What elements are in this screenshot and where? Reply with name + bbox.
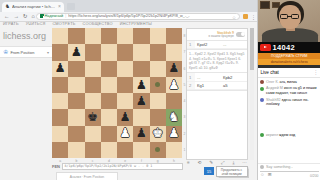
- chat-message: кирилл ждем ход: [260, 133, 319, 138]
- chat-text: ага, вилка: [279, 80, 297, 84]
- lichess-logo[interactable]: lichess.org: [3, 31, 46, 41]
- move-dest-dot[interactable]: [155, 82, 160, 87]
- alt-move-rows: 1...Крb22Кg1a5: [187, 73, 247, 91]
- square-g8[interactable]: [150, 28, 166, 44]
- expand-icon[interactable]: ⤢: [221, 161, 225, 166]
- square-e1[interactable]: [117, 142, 133, 158]
- board[interactable]: ♟♟♟♟♟♟♚♟♞♟♟♚♟: [52, 28, 182, 158]
- fen-input[interactable]: 8/1p6/p6p/5p1P/5p2/2k1p2N/4PpKP/8 w - - …: [62, 163, 183, 170]
- square-f8[interactable]: [133, 28, 149, 44]
- black-pawn[interactable]: ♟: [117, 109, 133, 125]
- chat-input[interactable]: Say something...: [260, 165, 319, 172]
- engine-row: Stockfish 9 в вашем браузере: [187, 29, 247, 41]
- avatar: [260, 87, 264, 91]
- chat-message-body: Олег К. ага, вилка: [266, 80, 297, 85]
- square-b7[interactable]: ♟: [68, 44, 84, 60]
- square-c7[interactable]: [85, 44, 101, 60]
- square-c2[interactable]: [85, 126, 101, 142]
- square-d5[interactable]: [101, 77, 117, 93]
- webcam-video: [258, 0, 320, 42]
- setup-label: From Position: [10, 50, 45, 55]
- bookmark-star-icon[interactable]: ☆: [232, 15, 236, 20]
- square-c3[interactable]: ♚: [85, 109, 101, 125]
- square-h8[interactable]: [166, 28, 182, 44]
- page-note: Анализ · From Position: [56, 172, 118, 180]
- square-f4[interactable]: ♟: [133, 93, 149, 109]
- tab-title: Анализ партии • lichess.org: [12, 4, 56, 9]
- white-knight[interactable]: ♞: [166, 109, 182, 125]
- black-pawn[interactable]: ♟: [133, 93, 149, 109]
- tab-close-icon[interactable]: ×: [58, 4, 61, 9]
- extension-icon[interactable]: [243, 14, 248, 19]
- download-icon[interactable]: ⤓: [232, 161, 234, 166]
- scrollbar-thumb[interactable]: [250, 28, 254, 70]
- black-king[interactable]: ♚: [85, 109, 101, 125]
- square-c6[interactable]: [85, 61, 101, 77]
- square-a8[interactable]: [52, 28, 68, 44]
- square-h2[interactable]: ♟: [166, 126, 182, 142]
- black-pawn[interactable]: ♟: [68, 44, 84, 60]
- chat-message-body: Андрей М коня на g5 и пешки сами падают,…: [266, 86, 319, 95]
- chat-title: Live chat: [261, 70, 279, 75]
- nav-item[interactable]: ИГРАТЬ: [3, 21, 19, 26]
- reload-icon[interactable]: ↻: [23, 14, 28, 20]
- square-a5[interactable]: [52, 77, 68, 93]
- square-g7[interactable]: [150, 44, 166, 60]
- home-icon[interactable]: ⌂: [32, 14, 35, 20]
- chat-placeholder: Say something...: [266, 165, 293, 169]
- square-b3[interactable]: [68, 109, 84, 125]
- square-f7[interactable]: [133, 44, 149, 60]
- lock-icon: [40, 15, 43, 17]
- square-c1[interactable]: [85, 142, 101, 158]
- chat-menu-icon[interactable]: ⋮: [313, 70, 318, 75]
- move[interactable]: ...: [195, 73, 221, 81]
- avatar: [260, 165, 264, 169]
- crown-icon: ♔: [3, 49, 8, 55]
- board-editor-icon[interactable]: ✎: [209, 161, 213, 166]
- square-d4[interactable]: [101, 93, 117, 109]
- square-e3[interactable]: ♟: [117, 109, 133, 125]
- square-e8[interactable]: [117, 28, 133, 44]
- engine-info: Stockfish 9 в вашем браузере: [209, 31, 235, 39]
- square-h7[interactable]: [166, 44, 182, 60]
- chat-username[interactable]: Shakh92: [266, 98, 281, 102]
- setup-selector[interactable]: ♔ From Position ▾: [0, 46, 52, 58]
- square-c4[interactable]: [85, 93, 101, 109]
- chat-message-body: кирилл ждем ход: [266, 133, 295, 138]
- page-scrollbar[interactable]: [250, 28, 254, 160]
- square-f2[interactable]: ♟: [133, 126, 149, 142]
- square-f5[interactable]: ♟: [133, 77, 149, 93]
- avatar: [260, 80, 264, 84]
- analysis-panel: Stockfish 9 в вашем браузере 1Крxf2... 1…: [186, 28, 248, 160]
- nav-item[interactable]: ИНСТРУМЕНТЫ: [120, 21, 152, 26]
- avatar: [260, 98, 264, 102]
- nav-item[interactable]: УЧИТЬСЯ: [26, 21, 46, 26]
- viewer-count: 14042: [273, 43, 295, 52]
- square-e4[interactable]: [117, 93, 133, 109]
- white-pawn[interactable]: ♟: [166, 77, 182, 93]
- square-a4[interactable]: [52, 93, 68, 109]
- emoji-icon[interactable]: ☺: [260, 173, 265, 178]
- chat-username[interactable]: кирилл: [266, 133, 278, 137]
- square-e2[interactable]: ♟: [117, 126, 133, 142]
- move-rows: 1Крxf2...: [187, 41, 247, 50]
- browser-menu-icon[interactable]: ⋮: [251, 14, 256, 20]
- chat-input-area: Say something... ☺ ⊞ 0/200: [258, 163, 320, 180]
- square-c8[interactable]: [85, 28, 101, 44]
- square-d1[interactable]: [101, 142, 117, 158]
- square-d3[interactable]: [101, 109, 117, 125]
- move[interactable]: ...: [221, 41, 247, 49]
- square-a1[interactable]: [52, 142, 68, 158]
- square-h5[interactable]: ♟: [166, 77, 182, 93]
- glasses-bridge: [288, 16, 292, 17]
- superchat-icon[interactable]: ⊞: [268, 173, 272, 178]
- viewer-counter-bar: 14042: [258, 42, 320, 53]
- square-g2[interactable]: ♚: [150, 126, 166, 142]
- glasses-icon: [291, 14, 299, 19]
- square-h3[interactable]: ♞: [166, 109, 182, 125]
- square-a6[interactable]: ♟: [52, 61, 68, 77]
- square-b8[interactable]: [68, 28, 84, 44]
- forward-icon[interactable]: →: [14, 14, 20, 20]
- fen-label: FEN: [52, 164, 60, 169]
- lichess-favicon-icon: ♞: [5, 4, 10, 10]
- youtube-play-icon: [260, 44, 271, 52]
- square-c5[interactable]: [85, 77, 101, 93]
- square-e6[interactable]: [117, 61, 133, 77]
- chevron-down-icon: ▾: [47, 50, 49, 55]
- threat-button[interactable]: 15: [204, 167, 214, 175]
- variation-line[interactable]: 1... Крd2 2. Крxf2 Крd1 3. Кg5 hxg5 4. h…: [187, 50, 247, 73]
- move-number: 2: [187, 82, 195, 90]
- stream-overlay-column: 14042 ПОДДЕРЖАТЬ СТРИМ donationalerts.ru…: [257, 0, 320, 180]
- black-pawn[interactable]: ♟: [52, 61, 68, 77]
- chat-text: ждем ход: [278, 133, 295, 137]
- move[interactable]: Крxf2: [195, 41, 221, 49]
- square-e5[interactable]: [117, 77, 133, 93]
- screen: ♞ Анализ партии • lichess.org × ← → ↻ ⌂ …: [0, 0, 320, 180]
- black-pawn[interactable]: ♟: [133, 126, 149, 142]
- url-text: https://lichess.org/analysis/8/1p6/p6p/5…: [68, 14, 189, 18]
- square-b5[interactable]: [68, 77, 84, 93]
- square-g6[interactable]: [150, 61, 166, 77]
- square-d6[interactable]: [101, 61, 117, 77]
- top-nav: ИГРАТЬУЧИТЬСЯСМОТРЕТЬСООБЩЕСТВОИНСТРУМЕН…: [3, 21, 152, 26]
- black-pawn[interactable]: ♟: [133, 77, 149, 93]
- chat-message: Андрей М коня на g5 и пешки сами падают,…: [260, 86, 319, 95]
- chat-message: Shakh92 здесь ничья по-любому: [260, 98, 319, 107]
- flip-board-icon[interactable]: ⟲: [198, 161, 202, 166]
- analysis-toolbar: ≡⟲✎⤢⤓⋯: [187, 161, 247, 166]
- more-icon[interactable]: ⋯: [242, 161, 247, 166]
- chat-username[interactable]: Олег К.: [266, 80, 279, 84]
- square-a3[interactable]: [52, 109, 68, 125]
- context-dropdown[interactable]: Продолжить с этой позиции: [216, 166, 248, 177]
- chat-message: Олег К. ага, вилка: [260, 80, 319, 85]
- back-icon[interactable]: ←: [4, 14, 10, 20]
- square-d8[interactable]: [101, 28, 117, 44]
- square-g1[interactable]: [150, 142, 166, 158]
- square-g3[interactable]: [150, 109, 166, 125]
- chat-header: Live chat ⋮: [258, 68, 320, 78]
- move[interactable]: Крb2: [221, 73, 247, 81]
- chat-icon-row: ☺ ⊞ 0/200: [260, 173, 319, 178]
- square-b1[interactable]: [68, 142, 84, 158]
- white-king[interactable]: ♚: [150, 126, 166, 142]
- move-number: 1: [187, 41, 195, 49]
- square-f1[interactable]: [133, 142, 149, 158]
- move-dest-dot[interactable]: [155, 147, 160, 152]
- live-chat-panel: Live chat ⋮ Олег К. ага, вилкаАндрей М к…: [258, 68, 320, 180]
- square-d7[interactable]: [101, 44, 117, 60]
- url-separator: |: [65, 14, 66, 18]
- square-b6[interactable]: [68, 61, 84, 77]
- address-bar[interactable]: Надежный | https://lichess.org/analysis/…: [36, 13, 240, 20]
- white-pawn[interactable]: ♟: [166, 126, 182, 142]
- picture-frame: [260, 1, 270, 9]
- menu-icon[interactable]: ≡: [187, 161, 190, 166]
- new-tab-button[interactable]: [67, 3, 75, 10]
- square-f3[interactable]: [133, 109, 149, 125]
- square-b2[interactable]: [68, 126, 84, 142]
- square-g5[interactable]: [150, 77, 166, 93]
- square-d2[interactable]: [101, 126, 117, 142]
- chat-message-body: Shakh92 здесь ничья по-любому: [266, 98, 319, 107]
- nav-item[interactable]: СООБЩЕСТВО: [83, 21, 113, 26]
- avatar: [260, 133, 264, 137]
- char-counter: 0/200: [310, 174, 319, 178]
- engine-toggle[interactable]: [236, 32, 245, 37]
- square-h1[interactable]: [166, 142, 182, 158]
- move[interactable]: a5: [221, 82, 247, 90]
- square-g4[interactable]: [150, 93, 166, 109]
- white-pawn[interactable]: ♟: [117, 126, 133, 142]
- square-a7[interactable]: [52, 44, 68, 60]
- square-e7[interactable]: [117, 44, 133, 60]
- black-pawn[interactable]: ♟: [166, 61, 182, 77]
- square-b4[interactable]: [68, 93, 84, 109]
- square-a2[interactable]: [52, 126, 68, 142]
- move-number: 1: [187, 73, 195, 81]
- chat-username[interactable]: Андрей М: [266, 86, 283, 90]
- square-h6[interactable]: ♟: [166, 61, 182, 77]
- engine-status: в вашем браузере: [209, 35, 235, 39]
- secure-label: Надежный: [45, 14, 64, 18]
- move[interactable]: Кg1: [195, 82, 221, 90]
- chat-messages: Олег К. ага, вилкаАндрей М коня на g5 и …: [258, 78, 320, 163]
- nav-item[interactable]: СМОТРЕТЬ: [52, 21, 75, 26]
- square-h4[interactable]: [166, 93, 182, 109]
- browser-tab[interactable]: ♞ Анализ партии • lichess.org ×: [2, 2, 64, 12]
- square-f6[interactable]: [133, 61, 149, 77]
